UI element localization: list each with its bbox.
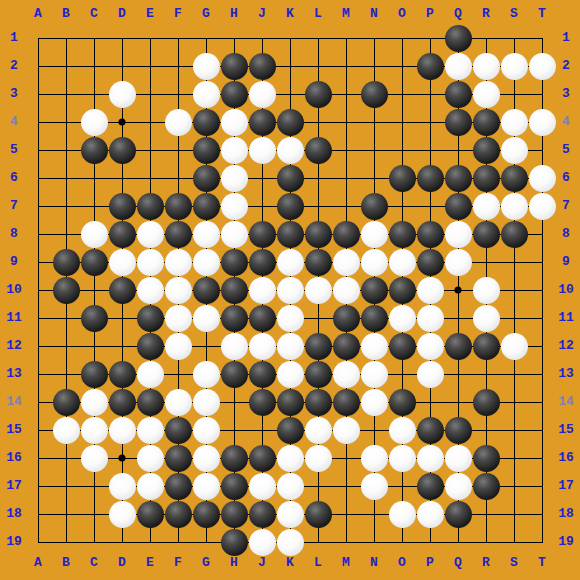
- intersection-S15[interactable]: [500, 416, 528, 444]
- intersection-S19[interactable]: [500, 528, 528, 556]
- intersection-A4[interactable]: [24, 108, 52, 136]
- intersection-L7[interactable]: [304, 192, 332, 220]
- intersection-M9[interactable]: [332, 248, 360, 276]
- intersection-D3[interactable]: [108, 80, 136, 108]
- intersection-H9[interactable]: [220, 248, 248, 276]
- intersection-C2[interactable]: [80, 52, 108, 80]
- intersection-J4[interactable]: [248, 108, 276, 136]
- intersection-F6[interactable]: [164, 164, 192, 192]
- intersection-A6[interactable]: [24, 164, 52, 192]
- intersection-L1[interactable]: [304, 24, 332, 52]
- intersection-O4[interactable]: [388, 108, 416, 136]
- intersection-T11[interactable]: [528, 304, 556, 332]
- intersection-E19[interactable]: [136, 528, 164, 556]
- intersection-R10[interactable]: [472, 276, 500, 304]
- intersection-J5[interactable]: [248, 136, 276, 164]
- intersection-O14[interactable]: [388, 388, 416, 416]
- intersection-L15[interactable]: [304, 416, 332, 444]
- intersection-P17[interactable]: [416, 472, 444, 500]
- intersection-Q2[interactable]: [444, 52, 472, 80]
- intersection-H15[interactable]: [220, 416, 248, 444]
- intersection-O12[interactable]: [388, 332, 416, 360]
- intersection-M16[interactable]: [332, 444, 360, 472]
- intersection-F10[interactable]: [164, 276, 192, 304]
- intersection-L19[interactable]: [304, 528, 332, 556]
- intersection-F18[interactable]: [164, 500, 192, 528]
- intersection-M6[interactable]: [332, 164, 360, 192]
- intersection-C18[interactable]: [80, 500, 108, 528]
- intersection-T18[interactable]: [528, 500, 556, 528]
- intersection-T8[interactable]: [528, 220, 556, 248]
- intersection-H17[interactable]: [220, 472, 248, 500]
- intersection-K18[interactable]: [276, 500, 304, 528]
- intersection-J13[interactable]: [248, 360, 276, 388]
- intersection-L5[interactable]: [304, 136, 332, 164]
- intersection-M4[interactable]: [332, 108, 360, 136]
- intersection-N18[interactable]: [360, 500, 388, 528]
- intersection-C13[interactable]: [80, 360, 108, 388]
- intersection-C17[interactable]: [80, 472, 108, 500]
- intersection-G3[interactable]: [192, 80, 220, 108]
- intersection-M7[interactable]: [332, 192, 360, 220]
- intersection-P11[interactable]: [416, 304, 444, 332]
- intersection-P5[interactable]: [416, 136, 444, 164]
- intersection-Q16[interactable]: [444, 444, 472, 472]
- intersection-D5[interactable]: [108, 136, 136, 164]
- intersection-Q7[interactable]: [444, 192, 472, 220]
- intersection-L12[interactable]: [304, 332, 332, 360]
- intersection-E14[interactable]: [136, 388, 164, 416]
- intersection-O11[interactable]: [388, 304, 416, 332]
- intersection-E18[interactable]: [136, 500, 164, 528]
- intersection-E6[interactable]: [136, 164, 164, 192]
- intersection-Q18[interactable]: [444, 500, 472, 528]
- intersection-P15[interactable]: [416, 416, 444, 444]
- intersection-C8[interactable]: [80, 220, 108, 248]
- intersection-S14[interactable]: [500, 388, 528, 416]
- intersection-H13[interactable]: [220, 360, 248, 388]
- intersection-H14[interactable]: [220, 388, 248, 416]
- intersection-K2[interactable]: [276, 52, 304, 80]
- intersection-Q6[interactable]: [444, 164, 472, 192]
- intersection-C4[interactable]: [80, 108, 108, 136]
- intersection-H1[interactable]: [220, 24, 248, 52]
- intersection-A16[interactable]: [24, 444, 52, 472]
- intersection-K16[interactable]: [276, 444, 304, 472]
- intersection-N14[interactable]: [360, 388, 388, 416]
- intersection-N4[interactable]: [360, 108, 388, 136]
- intersection-P16[interactable]: [416, 444, 444, 472]
- intersection-L13[interactable]: [304, 360, 332, 388]
- intersection-T9[interactable]: [528, 248, 556, 276]
- intersection-E4[interactable]: [136, 108, 164, 136]
- intersection-Q4[interactable]: [444, 108, 472, 136]
- intersection-B12[interactable]: [52, 332, 80, 360]
- intersection-J9[interactable]: [248, 248, 276, 276]
- intersection-G14[interactable]: [192, 388, 220, 416]
- intersection-N19[interactable]: [360, 528, 388, 556]
- intersection-D2[interactable]: [108, 52, 136, 80]
- intersection-A3[interactable]: [24, 80, 52, 108]
- intersection-C16[interactable]: [80, 444, 108, 472]
- intersection-K9[interactable]: [276, 248, 304, 276]
- intersection-H3[interactable]: [220, 80, 248, 108]
- intersection-H18[interactable]: [220, 500, 248, 528]
- intersection-R15[interactable]: [472, 416, 500, 444]
- intersection-R1[interactable]: [472, 24, 500, 52]
- intersection-P10[interactable]: [416, 276, 444, 304]
- intersection-D10[interactable]: [108, 276, 136, 304]
- intersection-B17[interactable]: [52, 472, 80, 500]
- intersection-H6[interactable]: [220, 164, 248, 192]
- intersection-E9[interactable]: [136, 248, 164, 276]
- intersection-P6[interactable]: [416, 164, 444, 192]
- intersection-G16[interactable]: [192, 444, 220, 472]
- intersection-R2[interactable]: [472, 52, 500, 80]
- intersection-P13[interactable]: [416, 360, 444, 388]
- intersection-S12[interactable]: [500, 332, 528, 360]
- intersection-F17[interactable]: [164, 472, 192, 500]
- intersection-R9[interactable]: [472, 248, 500, 276]
- intersection-Q8[interactable]: [444, 220, 472, 248]
- intersection-Q10[interactable]: [444, 276, 472, 304]
- intersection-K12[interactable]: [276, 332, 304, 360]
- intersection-K1[interactable]: [276, 24, 304, 52]
- intersection-M2[interactable]: [332, 52, 360, 80]
- intersection-G8[interactable]: [192, 220, 220, 248]
- intersection-J3[interactable]: [248, 80, 276, 108]
- intersection-D11[interactable]: [108, 304, 136, 332]
- intersection-A10[interactable]: [24, 276, 52, 304]
- intersection-J19[interactable]: [248, 528, 276, 556]
- intersection-D18[interactable]: [108, 500, 136, 528]
- intersection-K7[interactable]: [276, 192, 304, 220]
- intersection-O19[interactable]: [388, 528, 416, 556]
- intersection-L17[interactable]: [304, 472, 332, 500]
- intersection-K11[interactable]: [276, 304, 304, 332]
- intersection-D9[interactable]: [108, 248, 136, 276]
- intersection-E12[interactable]: [136, 332, 164, 360]
- intersection-G17[interactable]: [192, 472, 220, 500]
- intersection-C1[interactable]: [80, 24, 108, 52]
- intersection-M17[interactable]: [332, 472, 360, 500]
- intersection-K8[interactable]: [276, 220, 304, 248]
- intersection-O10[interactable]: [388, 276, 416, 304]
- intersection-C5[interactable]: [80, 136, 108, 164]
- intersection-P12[interactable]: [416, 332, 444, 360]
- intersection-G9[interactable]: [192, 248, 220, 276]
- intersection-L3[interactable]: [304, 80, 332, 108]
- intersection-R18[interactable]: [472, 500, 500, 528]
- intersection-B14[interactable]: [52, 388, 80, 416]
- intersection-T12[interactable]: [528, 332, 556, 360]
- intersection-P1[interactable]: [416, 24, 444, 52]
- intersection-P7[interactable]: [416, 192, 444, 220]
- intersection-B4[interactable]: [52, 108, 80, 136]
- intersection-J6[interactable]: [248, 164, 276, 192]
- intersection-C7[interactable]: [80, 192, 108, 220]
- intersection-J14[interactable]: [248, 388, 276, 416]
- intersection-F16[interactable]: [164, 444, 192, 472]
- intersection-T19[interactable]: [528, 528, 556, 556]
- intersection-F1[interactable]: [164, 24, 192, 52]
- intersection-B11[interactable]: [52, 304, 80, 332]
- intersection-E8[interactable]: [136, 220, 164, 248]
- intersection-Q13[interactable]: [444, 360, 472, 388]
- intersection-T17[interactable]: [528, 472, 556, 500]
- intersection-C10[interactable]: [80, 276, 108, 304]
- intersection-A17[interactable]: [24, 472, 52, 500]
- intersection-C6[interactable]: [80, 164, 108, 192]
- intersection-S13[interactable]: [500, 360, 528, 388]
- intersection-J7[interactable]: [248, 192, 276, 220]
- intersection-G1[interactable]: [192, 24, 220, 52]
- intersection-A13[interactable]: [24, 360, 52, 388]
- intersection-E16[interactable]: [136, 444, 164, 472]
- intersection-B1[interactable]: [52, 24, 80, 52]
- intersection-B3[interactable]: [52, 80, 80, 108]
- intersection-B6[interactable]: [52, 164, 80, 192]
- intersection-P14[interactable]: [416, 388, 444, 416]
- intersection-A15[interactable]: [24, 416, 52, 444]
- intersection-T14[interactable]: [528, 388, 556, 416]
- intersection-E1[interactable]: [136, 24, 164, 52]
- intersection-D6[interactable]: [108, 164, 136, 192]
- intersection-T5[interactable]: [528, 136, 556, 164]
- intersection-D16[interactable]: [108, 444, 136, 472]
- intersection-O5[interactable]: [388, 136, 416, 164]
- intersection-B9[interactable]: [52, 248, 80, 276]
- intersection-A18[interactable]: [24, 500, 52, 528]
- intersection-S8[interactable]: [500, 220, 528, 248]
- intersection-J10[interactable]: [248, 276, 276, 304]
- intersection-O18[interactable]: [388, 500, 416, 528]
- intersection-O16[interactable]: [388, 444, 416, 472]
- intersection-S3[interactable]: [500, 80, 528, 108]
- intersection-F7[interactable]: [164, 192, 192, 220]
- intersection-K15[interactable]: [276, 416, 304, 444]
- intersection-E7[interactable]: [136, 192, 164, 220]
- intersection-M8[interactable]: [332, 220, 360, 248]
- intersection-N5[interactable]: [360, 136, 388, 164]
- intersection-O13[interactable]: [388, 360, 416, 388]
- intersection-Q9[interactable]: [444, 248, 472, 276]
- intersection-J2[interactable]: [248, 52, 276, 80]
- intersection-G15[interactable]: [192, 416, 220, 444]
- intersection-D4[interactable]: [108, 108, 136, 136]
- intersection-M1[interactable]: [332, 24, 360, 52]
- intersection-M19[interactable]: [332, 528, 360, 556]
- intersection-M3[interactable]: [332, 80, 360, 108]
- intersection-T15[interactable]: [528, 416, 556, 444]
- intersection-C19[interactable]: [80, 528, 108, 556]
- intersection-M18[interactable]: [332, 500, 360, 528]
- intersection-J11[interactable]: [248, 304, 276, 332]
- intersection-F9[interactable]: [164, 248, 192, 276]
- intersection-O3[interactable]: [388, 80, 416, 108]
- intersection-S5[interactable]: [500, 136, 528, 164]
- intersection-O9[interactable]: [388, 248, 416, 276]
- intersection-T16[interactable]: [528, 444, 556, 472]
- intersection-F11[interactable]: [164, 304, 192, 332]
- intersection-N17[interactable]: [360, 472, 388, 500]
- intersection-G12[interactable]: [192, 332, 220, 360]
- intersection-T6[interactable]: [528, 164, 556, 192]
- intersection-S11[interactable]: [500, 304, 528, 332]
- intersection-F5[interactable]: [164, 136, 192, 164]
- intersection-S17[interactable]: [500, 472, 528, 500]
- intersection-D13[interactable]: [108, 360, 136, 388]
- intersection-Q12[interactable]: [444, 332, 472, 360]
- intersection-A9[interactable]: [24, 248, 52, 276]
- intersection-D7[interactable]: [108, 192, 136, 220]
- intersection-J17[interactable]: [248, 472, 276, 500]
- intersection-F14[interactable]: [164, 388, 192, 416]
- intersection-Q3[interactable]: [444, 80, 472, 108]
- intersection-H5[interactable]: [220, 136, 248, 164]
- intersection-B7[interactable]: [52, 192, 80, 220]
- intersection-J16[interactable]: [248, 444, 276, 472]
- intersection-H7[interactable]: [220, 192, 248, 220]
- intersection-H2[interactable]: [220, 52, 248, 80]
- intersection-F8[interactable]: [164, 220, 192, 248]
- intersection-K10[interactable]: [276, 276, 304, 304]
- intersection-E13[interactable]: [136, 360, 164, 388]
- intersection-T13[interactable]: [528, 360, 556, 388]
- intersection-M14[interactable]: [332, 388, 360, 416]
- intersection-N9[interactable]: [360, 248, 388, 276]
- intersection-R13[interactable]: [472, 360, 500, 388]
- intersection-F12[interactable]: [164, 332, 192, 360]
- intersection-F3[interactable]: [164, 80, 192, 108]
- intersection-C12[interactable]: [80, 332, 108, 360]
- intersection-M15[interactable]: [332, 416, 360, 444]
- intersection-H8[interactable]: [220, 220, 248, 248]
- intersection-T2[interactable]: [528, 52, 556, 80]
- intersection-K6[interactable]: [276, 164, 304, 192]
- intersection-R11[interactable]: [472, 304, 500, 332]
- intersection-P2[interactable]: [416, 52, 444, 80]
- intersection-T7[interactable]: [528, 192, 556, 220]
- intersection-T3[interactable]: [528, 80, 556, 108]
- intersection-N16[interactable]: [360, 444, 388, 472]
- intersection-B19[interactable]: [52, 528, 80, 556]
- intersection-S6[interactable]: [500, 164, 528, 192]
- intersection-N8[interactable]: [360, 220, 388, 248]
- intersection-S1[interactable]: [500, 24, 528, 52]
- intersection-G10[interactable]: [192, 276, 220, 304]
- intersection-L16[interactable]: [304, 444, 332, 472]
- intersection-C9[interactable]: [80, 248, 108, 276]
- intersection-L11[interactable]: [304, 304, 332, 332]
- intersection-N2[interactable]: [360, 52, 388, 80]
- intersection-L9[interactable]: [304, 248, 332, 276]
- intersection-A2[interactable]: [24, 52, 52, 80]
- intersection-O15[interactable]: [388, 416, 416, 444]
- intersection-O8[interactable]: [388, 220, 416, 248]
- intersection-S7[interactable]: [500, 192, 528, 220]
- intersection-L18[interactable]: [304, 500, 332, 528]
- intersection-L6[interactable]: [304, 164, 332, 192]
- intersection-H10[interactable]: [220, 276, 248, 304]
- intersection-F2[interactable]: [164, 52, 192, 80]
- intersection-F4[interactable]: [164, 108, 192, 136]
- intersection-D19[interactable]: [108, 528, 136, 556]
- intersection-O7[interactable]: [388, 192, 416, 220]
- intersection-M11[interactable]: [332, 304, 360, 332]
- intersection-S9[interactable]: [500, 248, 528, 276]
- intersection-J18[interactable]: [248, 500, 276, 528]
- intersection-S18[interactable]: [500, 500, 528, 528]
- intersection-T1[interactable]: [528, 24, 556, 52]
- intersection-C11[interactable]: [80, 304, 108, 332]
- intersection-R7[interactable]: [472, 192, 500, 220]
- intersection-H19[interactable]: [220, 528, 248, 556]
- intersection-B5[interactable]: [52, 136, 80, 164]
- intersection-N3[interactable]: [360, 80, 388, 108]
- intersection-A5[interactable]: [24, 136, 52, 164]
- intersection-E11[interactable]: [136, 304, 164, 332]
- intersection-H11[interactable]: [220, 304, 248, 332]
- intersection-G18[interactable]: [192, 500, 220, 528]
- intersection-B13[interactable]: [52, 360, 80, 388]
- intersection-N11[interactable]: [360, 304, 388, 332]
- intersection-O6[interactable]: [388, 164, 416, 192]
- intersection-J1[interactable]: [248, 24, 276, 52]
- intersection-K14[interactable]: [276, 388, 304, 416]
- intersection-E2[interactable]: [136, 52, 164, 80]
- intersection-K19[interactable]: [276, 528, 304, 556]
- intersection-R16[interactable]: [472, 444, 500, 472]
- intersection-N10[interactable]: [360, 276, 388, 304]
- intersection-Q14[interactable]: [444, 388, 472, 416]
- intersection-M10[interactable]: [332, 276, 360, 304]
- intersection-B16[interactable]: [52, 444, 80, 472]
- intersection-R8[interactable]: [472, 220, 500, 248]
- intersection-S10[interactable]: [500, 276, 528, 304]
- intersection-O2[interactable]: [388, 52, 416, 80]
- intersection-A19[interactable]: [24, 528, 52, 556]
- intersection-N6[interactable]: [360, 164, 388, 192]
- intersection-L10[interactable]: [304, 276, 332, 304]
- intersection-G13[interactable]: [192, 360, 220, 388]
- intersection-G7[interactable]: [192, 192, 220, 220]
- intersection-O17[interactable]: [388, 472, 416, 500]
- intersection-Q5[interactable]: [444, 136, 472, 164]
- intersection-K5[interactable]: [276, 136, 304, 164]
- intersection-D8[interactable]: [108, 220, 136, 248]
- intersection-R3[interactable]: [472, 80, 500, 108]
- intersection-R5[interactable]: [472, 136, 500, 164]
- intersection-A14[interactable]: [24, 388, 52, 416]
- intersection-S4[interactable]: [500, 108, 528, 136]
- intersection-G19[interactable]: [192, 528, 220, 556]
- intersection-N12[interactable]: [360, 332, 388, 360]
- intersection-B2[interactable]: [52, 52, 80, 80]
- intersection-N15[interactable]: [360, 416, 388, 444]
- intersection-F19[interactable]: [164, 528, 192, 556]
- intersection-L8[interactable]: [304, 220, 332, 248]
- intersection-G5[interactable]: [192, 136, 220, 164]
- intersection-M13[interactable]: [332, 360, 360, 388]
- intersection-S16[interactable]: [500, 444, 528, 472]
- intersection-H16[interactable]: [220, 444, 248, 472]
- intersection-H12[interactable]: [220, 332, 248, 360]
- intersection-N1[interactable]: [360, 24, 388, 52]
- intersection-K4[interactable]: [276, 108, 304, 136]
- intersection-K17[interactable]: [276, 472, 304, 500]
- intersection-E15[interactable]: [136, 416, 164, 444]
